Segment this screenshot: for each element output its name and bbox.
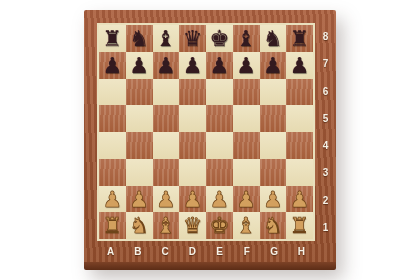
square-e5[interactable] <box>206 105 233 132</box>
product-photo-scene: ♜♞♝♛♚♝♞♜♟♟♟♟♟♟♟♟♟♟♟♟♟♟♟♟♜♞♝♛♚♝♞♜ ABCDEFG… <box>0 0 420 280</box>
square-d1[interactable]: ♛ <box>179 212 206 239</box>
square-b1[interactable]: ♞ <box>126 212 153 239</box>
square-a8[interactable]: ♜ <box>99 25 126 52</box>
file-label-g: G <box>261 246 288 257</box>
piece-black-knight[interactable]: ♞ <box>126 25 153 52</box>
file-label-c: C <box>152 246 179 257</box>
rank-label-2: 2 <box>315 195 336 206</box>
square-f7[interactable]: ♟ <box>233 52 260 79</box>
piece-white-knight[interactable]: ♞ <box>260 212 287 239</box>
rank-label-6: 6 <box>315 86 336 97</box>
square-g4[interactable] <box>260 132 287 159</box>
board-frame: ♜♞♝♛♚♝♞♜♟♟♟♟♟♟♟♟♟♟♟♟♟♟♟♟♜♞♝♛♚♝♞♜ ABCDEFG… <box>84 10 336 262</box>
square-e4[interactable] <box>206 132 233 159</box>
file-label-d: D <box>179 246 206 257</box>
square-b2[interactable]: ♟ <box>126 186 153 213</box>
piece-white-pawn[interactable]: ♟ <box>153 186 180 213</box>
piece-black-rook[interactable]: ♜ <box>286 25 313 52</box>
file-label-e: E <box>206 246 233 257</box>
piece-black-pawn[interactable]: ♟ <box>153 52 180 79</box>
square-d2[interactable]: ♟ <box>179 186 206 213</box>
square-d6[interactable] <box>179 79 206 106</box>
square-d4[interactable] <box>179 132 206 159</box>
piece-black-bishop[interactable]: ♝ <box>233 25 260 52</box>
piece-white-knight[interactable]: ♞ <box>126 212 153 239</box>
piece-black-pawn[interactable]: ♟ <box>233 52 260 79</box>
piece-white-queen[interactable]: ♛ <box>179 212 206 239</box>
file-label-h: H <box>288 246 315 257</box>
piece-black-rook[interactable]: ♜ <box>99 25 126 52</box>
file-labels: ABCDEFGH <box>97 241 315 262</box>
square-e6[interactable] <box>206 79 233 106</box>
rank-label-5: 5 <box>315 113 336 124</box>
square-f8[interactable]: ♝ <box>233 25 260 52</box>
square-d8[interactable]: ♛ <box>179 25 206 52</box>
piece-black-pawn[interactable]: ♟ <box>260 52 287 79</box>
piece-black-knight[interactable]: ♞ <box>260 25 287 52</box>
square-e3[interactable] <box>206 159 233 186</box>
rank-label-3: 3 <box>315 167 336 178</box>
piece-white-king[interactable]: ♚ <box>206 212 233 239</box>
rank-label-4: 4 <box>315 140 336 151</box>
board-squares: ♜♞♝♛♚♝♞♜♟♟♟♟♟♟♟♟♟♟♟♟♟♟♟♟♜♞♝♛♚♝♞♜ <box>99 25 313 239</box>
square-d7[interactable]: ♟ <box>179 52 206 79</box>
square-e8[interactable]: ♚ <box>206 25 233 52</box>
rank-label-1: 1 <box>315 222 336 233</box>
piece-white-pawn[interactable]: ♟ <box>286 186 313 213</box>
square-c6[interactable] <box>153 79 180 106</box>
piece-black-pawn[interactable]: ♟ <box>206 52 233 79</box>
square-g7[interactable]: ♟ <box>260 52 287 79</box>
square-h5[interactable] <box>286 105 313 132</box>
piece-white-pawn[interactable]: ♟ <box>233 186 260 213</box>
square-c5[interactable] <box>153 105 180 132</box>
piece-black-queen[interactable]: ♛ <box>179 25 206 52</box>
square-g8[interactable]: ♞ <box>260 25 287 52</box>
board-thickness-edge <box>84 262 336 270</box>
square-b3[interactable] <box>126 159 153 186</box>
square-f1[interactable]: ♝ <box>233 212 260 239</box>
rank-labels: 87654321 <box>315 23 336 241</box>
square-b4[interactable] <box>126 132 153 159</box>
square-e2[interactable]: ♟ <box>206 186 233 213</box>
square-h8[interactable]: ♜ <box>286 25 313 52</box>
square-c2[interactable]: ♟ <box>153 186 180 213</box>
square-c1[interactable]: ♝ <box>153 212 180 239</box>
square-a1[interactable]: ♜ <box>99 212 126 239</box>
piece-white-pawn[interactable]: ♟ <box>179 186 206 213</box>
square-f4[interactable] <box>233 132 260 159</box>
square-h4[interactable] <box>286 132 313 159</box>
file-label-f: F <box>233 246 260 257</box>
square-d3[interactable] <box>179 159 206 186</box>
piece-white-bishop[interactable]: ♝ <box>153 212 180 239</box>
piece-white-rook[interactable]: ♜ <box>99 212 126 239</box>
square-a7[interactable]: ♟ <box>99 52 126 79</box>
square-a2[interactable]: ♟ <box>99 186 126 213</box>
piece-white-pawn[interactable]: ♟ <box>206 186 233 213</box>
square-e1[interactable]: ♚ <box>206 212 233 239</box>
square-h6[interactable] <box>286 79 313 106</box>
square-g2[interactable]: ♟ <box>260 186 287 213</box>
square-g1[interactable]: ♞ <box>260 212 287 239</box>
square-e7[interactable]: ♟ <box>206 52 233 79</box>
square-d5[interactable] <box>179 105 206 132</box>
piece-white-pawn[interactable]: ♟ <box>99 186 126 213</box>
square-c3[interactable] <box>153 159 180 186</box>
square-f2[interactable]: ♟ <box>233 186 260 213</box>
square-a4[interactable] <box>99 132 126 159</box>
piece-white-bishop[interactable]: ♝ <box>233 212 260 239</box>
rank-label-7: 7 <box>315 58 336 69</box>
square-g3[interactable] <box>260 159 287 186</box>
square-f3[interactable] <box>233 159 260 186</box>
piece-black-pawn[interactable]: ♟ <box>179 52 206 79</box>
piece-black-pawn[interactable]: ♟ <box>286 52 313 79</box>
square-h2[interactable]: ♟ <box>286 186 313 213</box>
file-label-b: B <box>124 246 151 257</box>
square-g5[interactable] <box>260 105 287 132</box>
piece-black-bishop[interactable]: ♝ <box>153 25 180 52</box>
square-b8[interactable]: ♞ <box>126 25 153 52</box>
square-b6[interactable] <box>126 79 153 106</box>
square-a6[interactable] <box>99 79 126 106</box>
rank-label-8: 8 <box>315 31 336 42</box>
piece-white-rook[interactable]: ♜ <box>286 212 313 239</box>
piece-black-king[interactable]: ♚ <box>206 25 233 52</box>
piece-white-pawn[interactable]: ♟ <box>260 186 287 213</box>
file-label-a: A <box>97 246 124 257</box>
square-a3[interactable] <box>99 159 126 186</box>
square-a5[interactable] <box>99 105 126 132</box>
square-b5[interactable] <box>126 105 153 132</box>
square-h1[interactable]: ♜ <box>286 212 313 239</box>
square-b7[interactable]: ♟ <box>126 52 153 79</box>
square-c4[interactable] <box>153 132 180 159</box>
chess-board: ♜♞♝♛♚♝♞♜♟♟♟♟♟♟♟♟♟♟♟♟♟♟♟♟♜♞♝♛♚♝♞♜ ABCDEFG… <box>84 10 336 270</box>
square-c8[interactable]: ♝ <box>153 25 180 52</box>
board-inlay-border: ♜♞♝♛♚♝♞♜♟♟♟♟♟♟♟♟♟♟♟♟♟♟♟♟♜♞♝♛♚♝♞♜ <box>97 23 315 241</box>
square-f6[interactable] <box>233 79 260 106</box>
piece-black-pawn[interactable]: ♟ <box>126 52 153 79</box>
piece-white-pawn[interactable]: ♟ <box>126 186 153 213</box>
square-h3[interactable] <box>286 159 313 186</box>
square-g6[interactable] <box>260 79 287 106</box>
piece-black-pawn[interactable]: ♟ <box>99 52 126 79</box>
square-c7[interactable]: ♟ <box>153 52 180 79</box>
square-f5[interactable] <box>233 105 260 132</box>
square-h7[interactable]: ♟ <box>286 52 313 79</box>
